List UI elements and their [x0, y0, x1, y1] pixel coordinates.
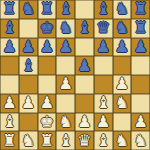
square-e6[interactable]	[75, 38, 94, 57]
square-d5[interactable]	[56, 56, 75, 75]
square-h7[interactable]: ♜	[131, 19, 150, 38]
piece-white-rook: ♜	[40, 131, 54, 149]
piece-black-pawn: ♟	[96, 37, 110, 55]
square-a5[interactable]	[0, 56, 19, 75]
square-f3[interactable]: ♝	[94, 94, 113, 113]
piece-black-rook: ♜	[133, 19, 147, 37]
piece-white-pawn: ♟	[96, 112, 110, 130]
square-b3[interactable]: ♟	[19, 94, 38, 113]
square-b4[interactable]	[19, 75, 38, 94]
piece-white-knight: ♞	[58, 112, 72, 130]
piece-black-knight: ♞	[115, 0, 129, 18]
piece-white-pawn: ♟	[115, 75, 129, 93]
square-d2[interactable]: ♞	[56, 113, 75, 132]
square-f5[interactable]	[94, 56, 113, 75]
piece-black-rook: ♜	[40, 0, 54, 18]
square-e1[interactable]: ♛	[75, 131, 94, 150]
piece-white-knight: ♞	[133, 131, 147, 149]
piece-black-rook: ♜	[2, 0, 16, 18]
piece-black-queen: ♛	[96, 19, 110, 37]
square-c5[interactable]	[38, 56, 57, 75]
square-f8[interactable]: ♝	[94, 0, 113, 19]
square-e4[interactable]	[75, 75, 94, 94]
square-a3[interactable]: ♟	[0, 94, 19, 113]
square-b2[interactable]	[19, 113, 38, 132]
square-d4[interactable]: ♟	[56, 75, 75, 94]
piece-black-pawn: ♟	[21, 37, 35, 55]
piece-white-bishop: ♝	[96, 94, 110, 112]
piece-black-pawn: ♟	[133, 37, 147, 55]
piece-white-knight: ♞	[21, 131, 35, 149]
square-e8[interactable]	[75, 0, 94, 19]
square-a1[interactable]: ♜	[0, 131, 19, 150]
square-e2[interactable]: ♟	[75, 113, 94, 132]
piece-black-knight: ♞	[21, 0, 35, 18]
square-h8[interactable]: ♜	[131, 0, 150, 19]
square-d7[interactable]: ♞	[56, 19, 75, 38]
square-h6[interactable]: ♟	[131, 38, 150, 57]
square-b6[interactable]: ♟	[19, 38, 38, 57]
square-h1[interactable]: ♞	[131, 131, 150, 150]
piece-black-pawn: ♟	[2, 37, 16, 55]
piece-black-pawn: ♟	[58, 37, 72, 55]
square-g4[interactable]: ♟	[113, 75, 132, 94]
square-d6[interactable]: ♟	[56, 38, 75, 57]
piece-black-pawn: ♟	[40, 37, 54, 55]
piece-white-pawn: ♟	[21, 94, 35, 112]
piece-black-bishop: ♝	[58, 0, 72, 18]
square-g2[interactable]	[113, 113, 132, 132]
piece-white-knight: ♞	[115, 131, 129, 149]
piece-white-pawn: ♟	[133, 112, 147, 130]
square-f2[interactable]: ♟	[94, 113, 113, 132]
square-a7[interactable]: ♝	[0, 19, 19, 38]
square-b1[interactable]: ♞	[19, 131, 38, 150]
square-b5[interactable]: ♝	[19, 56, 38, 75]
square-h5[interactable]	[131, 56, 150, 75]
piece-black-bishop: ♝	[2, 19, 16, 37]
square-e5[interactable]: ♟	[75, 56, 94, 75]
square-h4[interactable]	[131, 75, 150, 94]
piece-white-pawn: ♟	[2, 94, 16, 112]
square-d3[interactable]	[56, 94, 75, 113]
square-c7[interactable]: ♚	[38, 19, 57, 38]
square-c3[interactable]: ♟	[38, 94, 57, 113]
piece-black-king: ♚	[40, 19, 54, 37]
piece-white-bishop: ♝	[2, 112, 16, 130]
square-g8[interactable]: ♞	[113, 0, 132, 19]
piece-black-rook: ♜	[133, 0, 147, 18]
square-g5[interactable]	[113, 56, 132, 75]
piece-white-queen: ♛	[77, 131, 91, 149]
square-c2[interactable]: ♚	[38, 113, 57, 132]
piece-white-king: ♚	[40, 112, 54, 130]
piece-black-pawn: ♟	[115, 37, 129, 55]
square-a6[interactable]: ♟	[0, 38, 19, 57]
piece-white-knight: ♞	[115, 94, 129, 112]
square-b8[interactable]: ♞	[19, 0, 38, 19]
piece-black-knight: ♞	[115, 19, 129, 37]
piece-black-pawn: ♟	[77, 56, 91, 74]
piece-black-knight: ♞	[58, 19, 72, 37]
square-f6[interactable]: ♟	[94, 38, 113, 57]
square-a8[interactable]: ♜	[0, 0, 19, 19]
square-c6[interactable]: ♟	[38, 38, 57, 57]
square-f4[interactable]	[94, 75, 113, 94]
piece-white-pawn: ♟	[58, 75, 72, 93]
piece-white-pawn: ♟	[77, 112, 91, 130]
square-h3[interactable]	[131, 94, 150, 113]
square-a4[interactable]	[0, 75, 19, 94]
square-d1[interactable]: ♝	[56, 131, 75, 150]
square-g3[interactable]: ♞	[113, 94, 132, 113]
square-c1[interactable]: ♜	[38, 131, 57, 150]
square-e3[interactable]	[75, 94, 94, 113]
square-f7[interactable]: ♛	[94, 19, 113, 38]
piece-black-bishop: ♝	[21, 56, 35, 74]
chess-app-frame: ♜♞♜♝♝♞♜♝♚♞♝♛♞♜♟♟♟♟♟♟♟♝♟♟♟♟♟♟♝♞♝♚♞♟♟♟♜♞♜♝…	[0, 0, 150, 150]
piece-white-bishop: ♝	[96, 131, 110, 149]
square-g7[interactable]: ♞	[113, 19, 132, 38]
square-a2[interactable]: ♝	[0, 113, 19, 132]
piece-white-pawn: ♟	[40, 94, 54, 112]
piece-black-bishop: ♝	[77, 19, 91, 37]
square-f1[interactable]: ♝	[94, 131, 113, 150]
square-g1[interactable]: ♞	[113, 131, 132, 150]
square-e7[interactable]: ♝	[75, 19, 94, 38]
square-h2[interactable]: ♟	[131, 113, 150, 132]
piece-black-bishop: ♝	[96, 0, 110, 18]
piece-white-bishop: ♝	[58, 131, 72, 149]
chess-board: ♜♞♜♝♝♞♜♝♚♞♝♛♞♜♟♟♟♟♟♟♟♝♟♟♟♟♟♟♝♞♝♚♞♟♟♟♜♞♜♝…	[0, 0, 150, 150]
square-c8[interactable]: ♜	[38, 0, 57, 19]
piece-white-rook: ♜	[2, 131, 16, 149]
square-b7[interactable]	[19, 19, 38, 38]
square-c4[interactable]	[38, 75, 57, 94]
square-d8[interactable]: ♝	[56, 0, 75, 19]
square-g6[interactable]: ♟	[113, 38, 132, 57]
